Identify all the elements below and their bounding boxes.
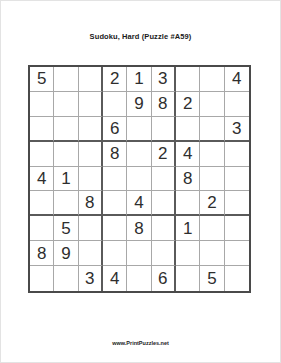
cell-r9c7[interactable]	[176, 266, 200, 291]
cell-r5c9[interactable]	[225, 167, 249, 192]
cell-r7c2[interactable]: 5	[54, 216, 78, 241]
cell-r8c5[interactable]	[127, 241, 151, 266]
cell-r5c3[interactable]	[79, 167, 103, 192]
cell-r3c9[interactable]: 3	[225, 117, 249, 142]
sudoku-grid: 5213498263824418842581893465	[28, 65, 251, 293]
cell-r3c5[interactable]	[127, 117, 151, 142]
cell-r3c3[interactable]	[79, 117, 103, 142]
cell-r1c9[interactable]: 4	[225, 67, 249, 92]
cell-r5c5[interactable]	[127, 167, 151, 192]
cell-r3c6[interactable]	[152, 117, 176, 142]
cell-r6c8[interactable]: 2	[200, 191, 224, 216]
cell-r1c2[interactable]	[54, 67, 78, 92]
cell-r2c3[interactable]	[79, 92, 103, 117]
cell-r7c3[interactable]	[79, 216, 103, 241]
cell-r2c9[interactable]	[225, 92, 249, 117]
cell-r2c5[interactable]: 9	[127, 92, 151, 117]
cell-r2c6[interactable]: 8	[152, 92, 176, 117]
cell-r4c8[interactable]	[200, 142, 224, 167]
cell-r8c9[interactable]	[225, 241, 249, 266]
cell-r6c6[interactable]	[152, 191, 176, 216]
cell-r4c9[interactable]	[225, 142, 249, 167]
cell-r2c4[interactable]	[103, 92, 127, 117]
puzzle-title: Sudoku, Hard (Puzzle #A59)	[1, 32, 280, 41]
cell-r9c5[interactable]	[127, 266, 151, 291]
cell-r4c2[interactable]	[54, 142, 78, 167]
cell-r8c6[interactable]	[152, 241, 176, 266]
cell-r3c2[interactable]	[54, 117, 78, 142]
cell-r7c6[interactable]	[152, 216, 176, 241]
cell-r7c7[interactable]: 1	[176, 216, 200, 241]
cell-r6c1[interactable]	[30, 191, 54, 216]
cell-r7c1[interactable]	[30, 216, 54, 241]
cell-r6c9[interactable]	[225, 191, 249, 216]
cell-r1c4[interactable]: 2	[103, 67, 127, 92]
cell-r9c6[interactable]: 6	[152, 266, 176, 291]
cell-r7c4[interactable]	[103, 216, 127, 241]
cell-r6c3[interactable]: 8	[79, 191, 103, 216]
cell-r8c7[interactable]	[176, 241, 200, 266]
cell-r6c7[interactable]	[176, 191, 200, 216]
cell-r8c2[interactable]: 9	[54, 241, 78, 266]
cell-r4c7[interactable]: 4	[176, 142, 200, 167]
cell-r7c5[interactable]: 8	[127, 216, 151, 241]
cell-r2c7[interactable]: 2	[176, 92, 200, 117]
cell-r9c4[interactable]: 4	[103, 266, 127, 291]
cell-r8c1[interactable]: 8	[30, 241, 54, 266]
cell-r1c1[interactable]: 5	[30, 67, 54, 92]
cell-r6c4[interactable]	[103, 191, 127, 216]
cell-r6c5[interactable]: 4	[127, 191, 151, 216]
cell-r4c3[interactable]	[79, 142, 103, 167]
cell-r8c4[interactable]	[103, 241, 127, 266]
cell-r9c8[interactable]: 5	[200, 266, 224, 291]
cell-r4c6[interactable]: 2	[152, 142, 176, 167]
puzzle-page: Sudoku, Hard (Puzzle #A59) 5213498263824…	[0, 0, 281, 363]
cell-r4c4[interactable]: 8	[103, 142, 127, 167]
cell-r7c8[interactable]	[200, 216, 224, 241]
cell-r1c7[interactable]	[176, 67, 200, 92]
cell-r8c3[interactable]	[79, 241, 103, 266]
cell-r2c8[interactable]	[200, 92, 224, 117]
cell-r9c2[interactable]	[54, 266, 78, 291]
cell-r5c7[interactable]: 8	[176, 167, 200, 192]
cell-r3c8[interactable]	[200, 117, 224, 142]
cell-r5c1[interactable]: 4	[30, 167, 54, 192]
cell-r7c9[interactable]	[225, 216, 249, 241]
cell-r9c1[interactable]	[30, 266, 54, 291]
cell-r5c2[interactable]: 1	[54, 167, 78, 192]
cell-r9c9[interactable]	[225, 266, 249, 291]
cell-r4c5[interactable]	[127, 142, 151, 167]
cell-r1c6[interactable]: 3	[152, 67, 176, 92]
cell-r9c3[interactable]: 3	[79, 266, 103, 291]
cell-r3c4[interactable]: 6	[103, 117, 127, 142]
cell-r4c1[interactable]	[30, 142, 54, 167]
cell-r1c8[interactable]	[200, 67, 224, 92]
cell-r1c5[interactable]: 1	[127, 67, 151, 92]
cell-r5c4[interactable]	[103, 167, 127, 192]
cell-r2c1[interactable]	[30, 92, 54, 117]
cell-r3c7[interactable]	[176, 117, 200, 142]
cell-r2c2[interactable]	[54, 92, 78, 117]
cell-r5c8[interactable]	[200, 167, 224, 192]
cell-r5c6[interactable]	[152, 167, 176, 192]
cell-r3c1[interactable]	[30, 117, 54, 142]
cell-r6c2[interactable]	[54, 191, 78, 216]
footer-url: www.PrintPuzzles.net	[1, 340, 280, 346]
cell-r1c3[interactable]	[79, 67, 103, 92]
cell-r8c8[interactable]	[200, 241, 224, 266]
